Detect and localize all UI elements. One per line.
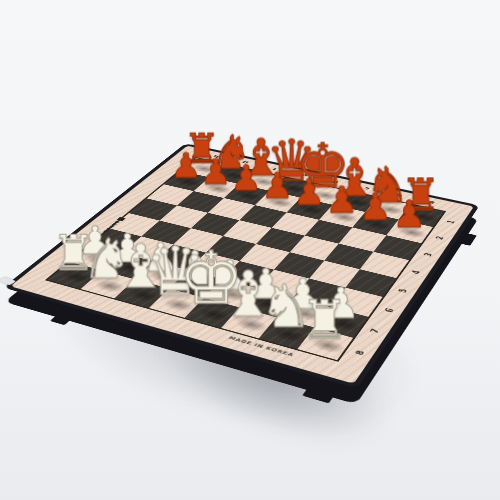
rank-label: 8: [353, 348, 368, 358]
rank-label: 4: [410, 268, 423, 276]
rank-label: 3: [423, 251, 436, 259]
rank-label: 2: [434, 234, 446, 241]
board-face: BONUS MADE IN KOREA hgfedcba12345678♜♞♝♛…: [10, 146, 474, 384]
edge-foot-nub: [50, 316, 71, 326]
square: [324, 244, 373, 270]
white-rook: ♜: [278, 295, 370, 345]
rank-label: 7: [369, 326, 383, 335]
square: [360, 252, 409, 278]
scene: BONUS MADE IN KOREA hgfedcba12345678♜♞♝♛…: [0, 0, 500, 500]
rank-label: 5: [397, 286, 410, 294]
corner-foot-east: [459, 233, 477, 246]
chessboard: BONUS MADE IN KOREA hgfedcba12345678♜♞♝♛…: [3, 143, 480, 389]
corner-foot-south: [302, 388, 334, 404]
